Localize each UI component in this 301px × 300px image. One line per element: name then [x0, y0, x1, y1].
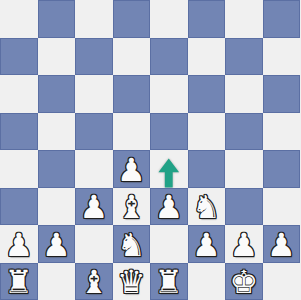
white-bishop[interactable]: ♝	[79, 266, 108, 298]
square-a3[interactable]	[0, 188, 38, 226]
square-c1[interactable]: ♝	[75, 263, 113, 300]
square-b2[interactable]: ♟	[38, 225, 76, 263]
square-b8[interactable]	[38, 0, 76, 38]
square-b6[interactable]	[38, 75, 76, 113]
square-a4[interactable]	[0, 150, 38, 188]
white-pawn[interactable]: ♟	[42, 229, 71, 261]
square-f6[interactable]	[188, 75, 226, 113]
square-c2[interactable]	[75, 225, 113, 263]
square-f4[interactable]	[188, 150, 226, 188]
square-h8[interactable]	[263, 0, 301, 38]
square-d3[interactable]: ♝	[113, 188, 151, 226]
white-pawn[interactable]: ♟	[192, 229, 221, 261]
square-h4[interactable]	[263, 150, 301, 188]
square-f3[interactable]: ♞	[188, 188, 226, 226]
white-pawn[interactable]: ♟	[79, 191, 108, 223]
square-e2[interactable]	[150, 225, 188, 263]
white-king[interactable]: ♚	[229, 266, 258, 298]
square-f8[interactable]	[188, 0, 226, 38]
square-a6[interactable]	[0, 75, 38, 113]
square-a2[interactable]: ♟	[0, 225, 38, 263]
square-c6[interactable]	[75, 75, 113, 113]
square-d4[interactable]: ♟	[113, 150, 151, 188]
white-knight[interactable]: ♞	[192, 191, 221, 223]
square-d5[interactable]	[113, 113, 151, 151]
square-h3[interactable]	[263, 188, 301, 226]
square-h5[interactable]	[263, 113, 301, 151]
chess-board: ♟♟♝♟♞♟♟♞♟♟♟♜♝♛♜♚	[0, 0, 300, 300]
square-a8[interactable]	[0, 0, 38, 38]
square-g2[interactable]: ♟	[225, 225, 263, 263]
white-rook[interactable]: ♜	[154, 266, 183, 298]
square-b7[interactable]	[38, 38, 76, 76]
white-queen[interactable]: ♛	[117, 266, 146, 298]
square-e8[interactable]	[150, 0, 188, 38]
square-e4[interactable]	[150, 150, 188, 188]
square-e1[interactable]: ♜	[150, 263, 188, 300]
square-g5[interactable]	[225, 113, 263, 151]
square-g3[interactable]	[225, 188, 263, 226]
square-e6[interactable]	[150, 75, 188, 113]
square-e3[interactable]: ♟	[150, 188, 188, 226]
square-e5[interactable]	[150, 113, 188, 151]
square-f7[interactable]	[188, 38, 226, 76]
square-a1[interactable]: ♜	[0, 263, 38, 300]
square-c8[interactable]	[75, 0, 113, 38]
square-c7[interactable]	[75, 38, 113, 76]
square-d8[interactable]	[113, 0, 151, 38]
square-b3[interactable]	[38, 188, 76, 226]
square-b1[interactable]	[38, 263, 76, 300]
square-f1[interactable]	[188, 263, 226, 300]
square-d6[interactable]	[113, 75, 151, 113]
square-c4[interactable]	[75, 150, 113, 188]
square-g4[interactable]	[225, 150, 263, 188]
square-f2[interactable]: ♟	[188, 225, 226, 263]
square-b4[interactable]	[38, 150, 76, 188]
square-a5[interactable]	[0, 113, 38, 151]
square-d2[interactable]: ♞	[113, 225, 151, 263]
square-a7[interactable]	[0, 38, 38, 76]
white-pawn[interactable]: ♟	[229, 229, 258, 261]
move-hint-arrow	[150, 150, 188, 188]
white-knight[interactable]: ♞	[117, 229, 146, 261]
square-h2[interactable]: ♟	[263, 225, 301, 263]
square-g1[interactable]: ♚	[225, 263, 263, 300]
square-c3[interactable]: ♟	[75, 188, 113, 226]
square-h6[interactable]	[263, 75, 301, 113]
white-pawn[interactable]: ♟	[267, 229, 296, 261]
white-rook[interactable]: ♜	[4, 266, 33, 298]
white-pawn[interactable]: ♟	[4, 229, 33, 261]
square-e7[interactable]	[150, 38, 188, 76]
square-h7[interactable]	[263, 38, 301, 76]
white-pawn[interactable]: ♟	[154, 191, 183, 223]
square-d1[interactable]: ♛	[113, 263, 151, 300]
square-c5[interactable]	[75, 113, 113, 151]
square-b5[interactable]	[38, 113, 76, 151]
white-pawn[interactable]: ♟	[117, 154, 146, 186]
white-bishop[interactable]: ♝	[117, 191, 146, 223]
square-h1[interactable]	[263, 263, 301, 300]
square-g8[interactable]	[225, 0, 263, 38]
square-d7[interactable]	[113, 38, 151, 76]
square-g6[interactable]	[225, 75, 263, 113]
square-f5[interactable]	[188, 113, 226, 151]
square-g7[interactable]	[225, 38, 263, 76]
